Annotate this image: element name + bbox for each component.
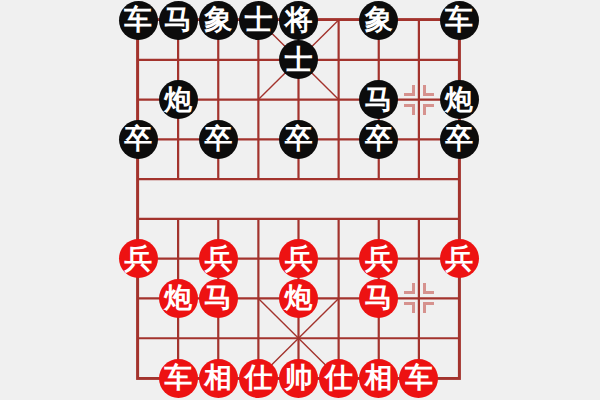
move-origin-marker-red xyxy=(403,282,435,314)
piece-black-soldier[interactable]: 卒 xyxy=(119,120,158,159)
marker-corner-tr xyxy=(423,85,434,96)
piece-black-cannon[interactable]: 炮 xyxy=(159,80,198,119)
piece-red-soldier[interactable]: 兵 xyxy=(119,239,158,278)
piece-red-soldier[interactable]: 兵 xyxy=(279,239,318,278)
piece-black-cannon[interactable]: 炮 xyxy=(440,80,479,119)
piece-black-soldier[interactable]: 卒 xyxy=(359,120,398,159)
piece-red-horse[interactable]: 马 xyxy=(199,279,238,318)
piece-red-soldier[interactable]: 兵 xyxy=(440,239,479,278)
marker-corner-tr xyxy=(423,283,434,294)
marker-corner-bl xyxy=(404,302,415,313)
piece-red-soldier[interactable]: 兵 xyxy=(199,239,238,278)
marker-corner-br xyxy=(423,302,434,313)
marker-corner-br xyxy=(423,104,434,115)
piece-red-elephant[interactable]: 相 xyxy=(199,359,238,398)
piece-black-advisor[interactable]: 士 xyxy=(239,1,278,40)
piece-red-soldier[interactable]: 兵 xyxy=(359,239,398,278)
piece-black-chariot[interactable]: 车 xyxy=(119,1,158,40)
piece-red-elephant[interactable]: 相 xyxy=(359,359,398,398)
piece-red-advisor[interactable]: 仕 xyxy=(319,359,358,398)
piece-red-horse[interactable]: 马 xyxy=(359,279,398,318)
piece-black-soldier[interactable]: 卒 xyxy=(199,120,238,159)
piece-black-soldier[interactable]: 卒 xyxy=(279,120,318,159)
move-origin-marker-black xyxy=(403,84,435,116)
piece-red-chariot[interactable]: 车 xyxy=(399,359,438,398)
marker-corner-tl xyxy=(404,85,415,96)
piece-red-general[interactable]: 帅 xyxy=(279,359,318,398)
piece-black-soldier[interactable]: 卒 xyxy=(440,120,479,159)
piece-red-chariot[interactable]: 车 xyxy=(159,359,198,398)
marker-corner-bl xyxy=(404,104,415,115)
piece-black-advisor[interactable]: 士 xyxy=(279,40,318,79)
xiangqi-board: 车马象士将象车士炮马炮卒卒卒卒卒兵兵兵兵兵炮马炮马车相仕帅仕相车 xyxy=(0,0,600,400)
piece-black-general[interactable]: 将 xyxy=(279,1,318,40)
piece-red-cannon[interactable]: 炮 xyxy=(159,279,198,318)
piece-black-chariot[interactable]: 车 xyxy=(440,1,479,40)
marker-corner-tl xyxy=(404,283,415,294)
piece-red-cannon[interactable]: 炮 xyxy=(279,279,318,318)
piece-black-elephant[interactable]: 象 xyxy=(359,1,398,40)
piece-black-horse[interactable]: 马 xyxy=(359,80,398,119)
piece-black-elephant[interactable]: 象 xyxy=(199,1,238,40)
piece-black-horse[interactable]: 马 xyxy=(159,1,198,40)
piece-red-advisor[interactable]: 仕 xyxy=(239,359,278,398)
